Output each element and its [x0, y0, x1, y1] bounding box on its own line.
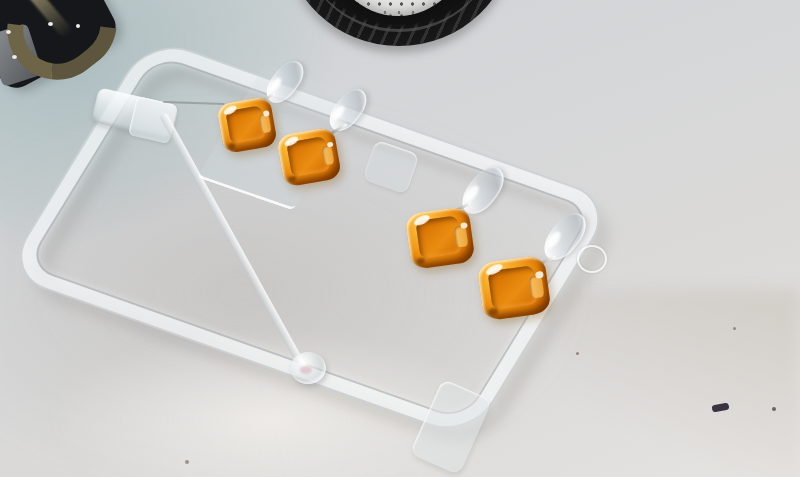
white-crumb	[6, 30, 11, 34]
lens-dark-fleck	[288, 175, 296, 182]
lens-highlight	[263, 110, 270, 116]
knob-pink-reflection	[300, 366, 312, 374]
amber-lens-3	[404, 206, 475, 270]
lens-slot	[529, 275, 544, 299]
amber-lens-1	[216, 96, 278, 155]
lens-highlight	[326, 141, 333, 148]
runner-knob	[290, 352, 326, 384]
warm-corner-background	[560, 290, 800, 477]
lens-dark-fleck	[489, 308, 499, 316]
dust-speck	[772, 407, 776, 411]
lens-dark-fleck	[228, 142, 236, 149]
amber-lens-4	[476, 255, 551, 322]
lens-dark-fleck	[416, 257, 425, 264]
white-crumb	[76, 24, 80, 28]
ejector-ring-mark	[577, 245, 607, 273]
amber-lens-2	[276, 126, 342, 187]
lens-highlight	[460, 222, 468, 229]
lens-slot	[454, 225, 468, 248]
white-crumb	[12, 55, 17, 59]
dust-speck	[576, 352, 579, 355]
photo-scene	[0, 0, 800, 477]
lens-highlight	[535, 271, 543, 278]
white-crumb	[48, 22, 53, 26]
dust-speck	[733, 327, 736, 330]
dust-speck	[185, 460, 189, 464]
